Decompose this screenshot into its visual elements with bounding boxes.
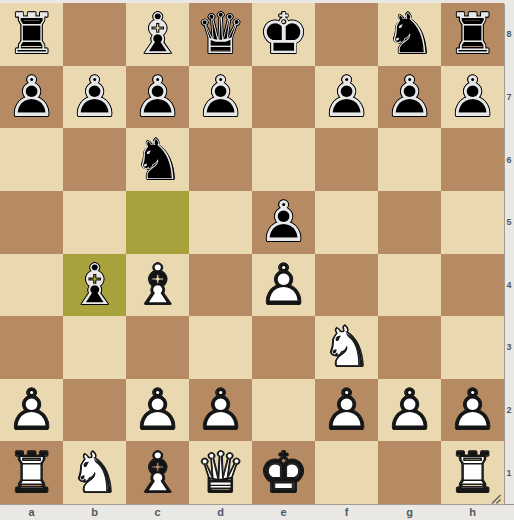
square-f5[interactable] <box>315 191 378 254</box>
white-pawn[interactable]: ♟♙ <box>315 379 378 442</box>
file-label-d: d <box>189 505 252 520</box>
square-b8[interactable] <box>63 3 126 66</box>
square-a1[interactable]: ♜♖ <box>0 441 63 504</box>
square-f6[interactable] <box>315 128 378 191</box>
square-e8[interactable]: ♚♔ <box>252 3 315 66</box>
square-d7[interactable]: ♟♙ <box>189 66 252 129</box>
piece-outline-glyph: ♙ <box>441 66 504 129</box>
black-pawn[interactable]: ♟♙ <box>441 66 504 129</box>
piece-outline-glyph: ♗ <box>126 3 189 66</box>
piece-outline-glyph: ♘ <box>63 441 126 504</box>
square-g7[interactable]: ♟♙ <box>378 66 441 129</box>
square-b4[interactable]: ♝♗ <box>63 254 126 317</box>
piece-outline-glyph: ♘ <box>378 3 441 66</box>
square-c4[interactable]: ♝♗ <box>126 254 189 317</box>
piece-outline-glyph: ♔ <box>252 3 315 66</box>
square-f7[interactable]: ♟♙ <box>315 66 378 129</box>
piece-outline-glyph: ♗ <box>126 254 189 317</box>
square-d5[interactable] <box>189 191 252 254</box>
piece-outline-glyph: ♖ <box>0 3 63 66</box>
piece-outline-glyph: ♔ <box>252 441 315 504</box>
black-pawn[interactable]: ♟♙ <box>252 191 315 254</box>
piece-outline-glyph: ♙ <box>63 66 126 129</box>
piece-outline-glyph: ♙ <box>126 379 189 442</box>
square-h6[interactable] <box>441 128 504 191</box>
white-knight[interactable]: ♞♘ <box>315 316 378 379</box>
square-c6[interactable]: ♞♘ <box>126 128 189 191</box>
rank-label-2: 2 <box>504 379 514 442</box>
black-bishop[interactable]: ♝♗ <box>126 3 189 66</box>
piece-outline-glyph: ♕ <box>189 3 252 66</box>
square-h3[interactable] <box>441 316 504 379</box>
square-g8[interactable]: ♞♘ <box>378 3 441 66</box>
square-d2[interactable]: ♟♙ <box>189 379 252 442</box>
piece-outline-glyph: ♙ <box>126 66 189 129</box>
piece-outline-glyph: ♙ <box>252 191 315 254</box>
square-a3[interactable] <box>0 316 63 379</box>
square-a8[interactable]: ♜♖ <box>0 3 63 66</box>
square-d3[interactable] <box>189 316 252 379</box>
square-b3[interactable] <box>63 316 126 379</box>
square-b1[interactable]: ♞♘ <box>63 441 126 504</box>
white-queen[interactable]: ♛♕ <box>189 441 252 504</box>
square-g2[interactable]: ♟♙ <box>378 379 441 442</box>
black-pawn[interactable]: ♟♙ <box>189 66 252 129</box>
rank-labels: 87654321 <box>504 3 514 504</box>
black-rook[interactable]: ♜♖ <box>441 3 504 66</box>
square-b7[interactable]: ♟♙ <box>63 66 126 129</box>
square-a5[interactable] <box>0 191 63 254</box>
square-d4[interactable] <box>189 254 252 317</box>
white-pawn[interactable]: ♟♙ <box>252 254 315 317</box>
rank-label-3: 3 <box>504 316 514 379</box>
white-king[interactable]: ♚♔ <box>252 441 315 504</box>
square-h8[interactable]: ♜♖ <box>441 3 504 66</box>
file-label-b: b <box>63 505 126 520</box>
square-c5[interactable] <box>126 191 189 254</box>
file-label-e: e <box>252 505 315 520</box>
square-c2[interactable]: ♟♙ <box>126 379 189 442</box>
black-queen[interactable]: ♛♕ <box>189 3 252 66</box>
square-f2[interactable]: ♟♙ <box>315 379 378 442</box>
black-pawn[interactable]: ♟♙ <box>0 66 63 129</box>
square-e3[interactable] <box>252 316 315 379</box>
square-h7[interactable]: ♟♙ <box>441 66 504 129</box>
square-d6[interactable] <box>189 128 252 191</box>
square-h2[interactable]: ♟♙ <box>441 379 504 442</box>
square-h4[interactable] <box>441 254 504 317</box>
white-pawn[interactable]: ♟♙ <box>0 379 63 442</box>
rank-label-4: 4 <box>504 254 514 317</box>
white-pawn[interactable]: ♟♙ <box>189 379 252 442</box>
black-pawn[interactable]: ♟♙ <box>126 66 189 129</box>
square-g1[interactable] <box>378 441 441 504</box>
piece-outline-glyph: ♙ <box>378 66 441 129</box>
square-e2[interactable] <box>252 379 315 442</box>
white-knight[interactable]: ♞♘ <box>63 441 126 504</box>
rank-label-8: 8 <box>504 3 514 66</box>
black-king[interactable]: ♚♔ <box>252 3 315 66</box>
white-pawn[interactable]: ♟♙ <box>126 379 189 442</box>
file-label-f: f <box>315 505 378 520</box>
square-d1[interactable]: ♛♕ <box>189 441 252 504</box>
piece-outline-glyph: ♙ <box>0 66 63 129</box>
square-a7[interactable]: ♟♙ <box>0 66 63 129</box>
white-pawn[interactable]: ♟♙ <box>441 379 504 442</box>
black-knight[interactable]: ♞♘ <box>378 3 441 66</box>
square-f3[interactable]: ♞♘ <box>315 316 378 379</box>
piece-outline-glyph: ♙ <box>441 379 504 442</box>
piece-outline-glyph: ♖ <box>0 441 63 504</box>
square-b5[interactable] <box>63 191 126 254</box>
square-a2[interactable]: ♟♙ <box>0 379 63 442</box>
square-e7[interactable] <box>252 66 315 129</box>
square-e6[interactable] <box>252 128 315 191</box>
square-d8[interactable]: ♛♕ <box>189 3 252 66</box>
black-pawn[interactable]: ♟♙ <box>378 66 441 129</box>
square-f1[interactable] <box>315 441 378 504</box>
file-label-h: h <box>441 505 504 520</box>
square-g6[interactable] <box>378 128 441 191</box>
square-b6[interactable] <box>63 128 126 191</box>
piece-outline-glyph: ♙ <box>315 66 378 129</box>
piece-outline-glyph: ♖ <box>441 3 504 66</box>
piece-outline-glyph: ♗ <box>63 254 126 317</box>
rank-label-5: 5 <box>504 191 514 254</box>
black-knight[interactable]: ♞♘ <box>126 128 189 191</box>
square-c3[interactable] <box>126 316 189 379</box>
file-label-c: c <box>126 505 189 520</box>
white-rook[interactable]: ♜♖ <box>0 441 63 504</box>
board-row: ♜♖♝♗♛♕♚♔♞♘♜♖♟♙♟♙♟♙♟♙♟♙♟♙♟♙♞♘♟♙♝♗♝♗♟♙♞♘♟♙… <box>0 3 514 504</box>
square-e4[interactable]: ♟♙ <box>252 254 315 317</box>
white-bishop[interactable]: ♝♗ <box>126 441 189 504</box>
square-e1[interactable]: ♚♔ <box>252 441 315 504</box>
piece-outline-glyph: ♘ <box>126 128 189 191</box>
rank-label-6: 6 <box>504 128 514 191</box>
piece-outline-glyph: ♙ <box>189 66 252 129</box>
file-label-g: g <box>378 505 441 520</box>
square-g4[interactable] <box>378 254 441 317</box>
square-c1[interactable]: ♝♗ <box>126 441 189 504</box>
square-b2[interactable] <box>63 379 126 442</box>
piece-outline-glyph: ♙ <box>252 254 315 317</box>
white-pawn[interactable]: ♟♙ <box>378 379 441 442</box>
file-label-a: a <box>0 505 63 520</box>
black-rook[interactable]: ♜♖ <box>0 3 63 66</box>
piece-outline-glyph: ♙ <box>315 379 378 442</box>
piece-outline-glyph: ♙ <box>0 379 63 442</box>
piece-outline-glyph: ♘ <box>315 316 378 379</box>
square-c8[interactable]: ♝♗ <box>126 3 189 66</box>
black-bishop[interactable]: ♝♗ <box>63 254 126 317</box>
square-e5[interactable]: ♟♙ <box>252 191 315 254</box>
piece-outline-glyph: ♕ <box>189 441 252 504</box>
rank-label-1: 1 <box>504 441 514 504</box>
resize-grip-icon[interactable] <box>490 490 502 502</box>
square-f8[interactable] <box>315 3 378 66</box>
square-f4[interactable] <box>315 254 378 317</box>
piece-outline-glyph: ♙ <box>189 379 252 442</box>
black-pawn[interactable]: ♟♙ <box>63 66 126 129</box>
square-a4[interactable] <box>0 254 63 317</box>
white-bishop[interactable]: ♝♗ <box>126 254 189 317</box>
square-g3[interactable] <box>378 316 441 379</box>
square-c7[interactable]: ♟♙ <box>126 66 189 129</box>
piece-outline-glyph: ♙ <box>378 379 441 442</box>
square-g5[interactable] <box>378 191 441 254</box>
black-pawn[interactable]: ♟♙ <box>315 66 378 129</box>
rank-label-7: 7 <box>504 66 514 129</box>
square-h5[interactable] <box>441 191 504 254</box>
square-a6[interactable] <box>0 128 63 191</box>
board: ♜♖♝♗♛♕♚♔♞♘♜♖♟♙♟♙♟♙♟♙♟♙♟♙♟♙♞♘♟♙♝♗♝♗♟♙♞♘♟♙… <box>0 3 504 504</box>
file-labels: abcdefgh <box>0 504 514 520</box>
piece-outline-glyph: ♗ <box>126 441 189 504</box>
